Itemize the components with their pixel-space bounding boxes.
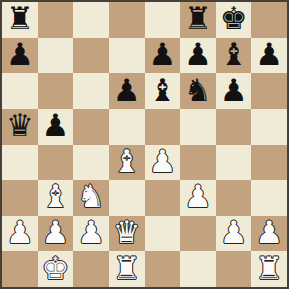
piece-white-pawn[interactable]: ♟ bbox=[220, 217, 248, 248]
square-a6[interactable] bbox=[2, 73, 38, 109]
square-c1[interactable] bbox=[73, 251, 109, 287]
square-f3[interactable]: ♟ bbox=[180, 180, 216, 216]
piece-white-queen[interactable]: ♛ bbox=[113, 217, 141, 248]
square-b3[interactable]: ♝ bbox=[38, 180, 74, 216]
square-h5[interactable] bbox=[251, 109, 287, 145]
square-h3[interactable] bbox=[251, 180, 287, 216]
square-g8[interactable]: ♚ bbox=[216, 2, 252, 38]
square-f8[interactable]: ♜ bbox=[180, 2, 216, 38]
piece-black-pawn[interactable]: ♟ bbox=[42, 110, 70, 141]
square-c6[interactable] bbox=[73, 73, 109, 109]
square-c3[interactable]: ♞ bbox=[73, 180, 109, 216]
square-e7[interactable]: ♟ bbox=[145, 38, 181, 74]
square-h6[interactable] bbox=[251, 73, 287, 109]
piece-white-rook[interactable]: ♜ bbox=[113, 253, 141, 284]
piece-white-pawn[interactable]: ♟ bbox=[6, 217, 34, 248]
piece-white-pawn[interactable]: ♟ bbox=[255, 217, 283, 248]
square-h4[interactable] bbox=[251, 145, 287, 181]
piece-white-pawn[interactable]: ♟ bbox=[77, 217, 105, 248]
square-b5[interactable]: ♟ bbox=[38, 109, 74, 145]
square-a8[interactable]: ♜ bbox=[2, 2, 38, 38]
square-f2[interactable] bbox=[180, 216, 216, 252]
square-a1[interactable] bbox=[2, 251, 38, 287]
square-e8[interactable] bbox=[145, 2, 181, 38]
piece-black-pawn[interactable]: ♟ bbox=[255, 39, 283, 70]
piece-white-knight[interactable]: ♞ bbox=[77, 181, 105, 212]
piece-black-pawn[interactable]: ♟ bbox=[148, 39, 176, 70]
square-f4[interactable] bbox=[180, 145, 216, 181]
piece-black-rook[interactable]: ♜ bbox=[6, 3, 34, 34]
square-b4[interactable] bbox=[38, 145, 74, 181]
square-a7[interactable]: ♟ bbox=[2, 38, 38, 74]
square-b6[interactable] bbox=[38, 73, 74, 109]
square-d5[interactable] bbox=[109, 109, 145, 145]
piece-black-pawn[interactable]: ♟ bbox=[184, 39, 212, 70]
square-e5[interactable] bbox=[145, 109, 181, 145]
square-h7[interactable]: ♟ bbox=[251, 38, 287, 74]
piece-white-bishop[interactable]: ♝ bbox=[42, 181, 70, 212]
square-g4[interactable] bbox=[216, 145, 252, 181]
square-f5[interactable] bbox=[180, 109, 216, 145]
piece-white-pawn[interactable]: ♟ bbox=[148, 146, 176, 177]
square-g6[interactable]: ♟ bbox=[216, 73, 252, 109]
square-f6[interactable]: ♞ bbox=[180, 73, 216, 109]
square-c2[interactable]: ♟ bbox=[73, 216, 109, 252]
piece-white-pawn[interactable]: ♟ bbox=[42, 217, 70, 248]
square-a4[interactable] bbox=[2, 145, 38, 181]
square-c4[interactable] bbox=[73, 145, 109, 181]
square-e6[interactable]: ♝ bbox=[145, 73, 181, 109]
square-d6[interactable]: ♟ bbox=[109, 73, 145, 109]
square-b1[interactable]: ♚ bbox=[38, 251, 74, 287]
square-f7[interactable]: ♟ bbox=[180, 38, 216, 74]
square-h1[interactable]: ♜ bbox=[251, 251, 287, 287]
square-b7[interactable] bbox=[38, 38, 74, 74]
square-g1[interactable] bbox=[216, 251, 252, 287]
square-d7[interactable] bbox=[109, 38, 145, 74]
square-g5[interactable] bbox=[216, 109, 252, 145]
piece-black-bishop[interactable]: ♝ bbox=[220, 39, 248, 70]
square-d3[interactable] bbox=[109, 180, 145, 216]
square-d1[interactable]: ♜ bbox=[109, 251, 145, 287]
piece-black-bishop[interactable]: ♝ bbox=[148, 75, 176, 106]
piece-white-bishop[interactable]: ♝ bbox=[113, 146, 141, 177]
square-a5[interactable]: ♛ bbox=[2, 109, 38, 145]
square-e4[interactable]: ♟ bbox=[145, 145, 181, 181]
square-h8[interactable] bbox=[251, 2, 287, 38]
square-g3[interactable] bbox=[216, 180, 252, 216]
piece-black-rook[interactable]: ♜ bbox=[184, 3, 212, 34]
square-g7[interactable]: ♝ bbox=[216, 38, 252, 74]
piece-black-knight[interactable]: ♞ bbox=[184, 75, 212, 106]
piece-black-pawn[interactable]: ♟ bbox=[6, 39, 34, 70]
square-d2[interactable]: ♛ bbox=[109, 216, 145, 252]
square-c7[interactable] bbox=[73, 38, 109, 74]
piece-black-king[interactable]: ♚ bbox=[220, 3, 248, 34]
piece-black-pawn[interactable]: ♟ bbox=[113, 75, 141, 106]
square-c5[interactable] bbox=[73, 109, 109, 145]
piece-white-pawn[interactable]: ♟ bbox=[184, 181, 212, 212]
square-e1[interactable] bbox=[145, 251, 181, 287]
piece-white-king[interactable]: ♚ bbox=[42, 253, 70, 284]
square-e3[interactable] bbox=[145, 180, 181, 216]
piece-black-queen[interactable]: ♛ bbox=[6, 110, 34, 141]
piece-white-rook[interactable]: ♜ bbox=[255, 253, 283, 284]
square-a2[interactable]: ♟ bbox=[2, 216, 38, 252]
square-c8[interactable] bbox=[73, 2, 109, 38]
square-a3[interactable] bbox=[2, 180, 38, 216]
square-b2[interactable]: ♟ bbox=[38, 216, 74, 252]
square-d4[interactable]: ♝ bbox=[109, 145, 145, 181]
square-e2[interactable] bbox=[145, 216, 181, 252]
piece-black-pawn[interactable]: ♟ bbox=[220, 75, 248, 106]
square-d8[interactable] bbox=[109, 2, 145, 38]
chess-board: ♜♜♚♟♟♟♝♟♟♝♞♟♛♟♝♟♝♞♟♟♟♟♛♟♟♚♜♜ bbox=[0, 0, 289, 289]
square-h2[interactable]: ♟ bbox=[251, 216, 287, 252]
square-b8[interactable] bbox=[38, 2, 74, 38]
square-f1[interactable] bbox=[180, 251, 216, 287]
square-g2[interactable]: ♟ bbox=[216, 216, 252, 252]
